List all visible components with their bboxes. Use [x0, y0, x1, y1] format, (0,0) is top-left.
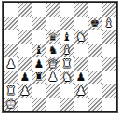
square-b1[interactable]: [18, 98, 32, 112]
square-b5[interactable]: [18, 44, 32, 58]
square-c1[interactable]: [32, 98, 46, 112]
piece-black-king: ♚: [90, 17, 101, 29]
piece-white-rook: ♜: [6, 85, 17, 97]
piece-white-pawn: ♟: [48, 71, 59, 83]
piece-black-rook: ♜: [34, 71, 45, 83]
square-g1[interactable]: [88, 98, 102, 112]
square-f8[interactable]: [74, 3, 88, 17]
square-a5[interactable]: [4, 44, 18, 58]
piece-black-bishop: ♝: [62, 31, 73, 43]
piece-white-pawn: ♟: [6, 58, 17, 70]
piece-white-knight: ♞: [76, 31, 87, 43]
square-h8[interactable]: [102, 3, 116, 17]
square-d6[interactable]: ♛: [46, 30, 60, 44]
square-d5[interactable]: ♞: [46, 44, 60, 58]
square-e3[interactable]: ♞: [60, 71, 74, 85]
square-a6[interactable]: [4, 30, 18, 44]
piece-white-knight: ♞: [62, 71, 73, 83]
piece-black-pawn: ♟: [34, 58, 45, 70]
square-a1[interactable]: ♚: [4, 98, 18, 112]
square-h2[interactable]: [102, 84, 116, 98]
square-e4[interactable]: ♜: [60, 57, 74, 71]
square-d3[interactable]: ♟: [46, 71, 60, 85]
square-f5[interactable]: [74, 44, 88, 58]
piece-white-king: ♚: [6, 98, 17, 110]
square-f6[interactable]: ♞: [74, 30, 88, 44]
square-c3[interactable]: ♜: [32, 71, 46, 85]
piece-white-queen: ♛: [48, 58, 59, 70]
square-f1[interactable]: [74, 98, 88, 112]
square-g6[interactable]: [88, 30, 102, 44]
square-b8[interactable]: [18, 3, 32, 17]
square-g3[interactable]: [88, 71, 102, 85]
square-c6[interactable]: [32, 30, 46, 44]
square-g8[interactable]: [88, 3, 102, 17]
chess-diagram: ♚♝♛♝♞♝♞♝♟♟♛♜♟♜♟♞♟♜♟♟♚: [0, 0, 120, 114]
square-g5[interactable]: [88, 44, 102, 58]
square-d4[interactable]: ♛: [46, 57, 60, 71]
square-b6[interactable]: [18, 30, 32, 44]
square-f4[interactable]: [74, 57, 88, 71]
square-c2[interactable]: [32, 84, 46, 98]
square-d2[interactable]: [46, 84, 60, 98]
square-f2[interactable]: ♟: [74, 84, 88, 98]
piece-black-knight: ♞: [48, 44, 59, 56]
square-c4[interactable]: ♟: [32, 57, 46, 71]
piece-white-bishop: ♝: [62, 44, 73, 56]
square-h4[interactable]: [102, 57, 116, 71]
square-h7[interactable]: ♝: [102, 17, 116, 31]
square-h1[interactable]: [102, 98, 116, 112]
piece-black-bishop: ♝: [34, 44, 45, 56]
piece-white-rook: ♜: [62, 58, 73, 70]
square-e2[interactable]: [60, 84, 74, 98]
piece-black-pawn: ♟: [20, 71, 31, 83]
square-d1[interactable]: [46, 98, 60, 112]
square-h3[interactable]: [102, 71, 116, 85]
square-b2[interactable]: ♟: [18, 84, 32, 98]
square-a7[interactable]: [4, 17, 18, 31]
square-a2[interactable]: ♜: [4, 84, 18, 98]
square-c5[interactable]: ♝: [32, 44, 46, 58]
square-c8[interactable]: [32, 3, 46, 17]
piece-black-pawn: ♟: [76, 71, 87, 83]
square-g7[interactable]: ♚: [88, 17, 102, 31]
square-f7[interactable]: [74, 17, 88, 31]
square-b3[interactable]: ♟: [18, 71, 32, 85]
square-h5[interactable]: [102, 44, 116, 58]
square-e8[interactable]: [60, 3, 74, 17]
square-g2[interactable]: [88, 84, 102, 98]
square-d8[interactable]: [46, 3, 60, 17]
square-a3[interactable]: [4, 71, 18, 85]
square-e6[interactable]: ♝: [60, 30, 74, 44]
square-g4[interactable]: [88, 57, 102, 71]
square-b4[interactable]: [18, 57, 32, 71]
piece-white-pawn: ♟: [20, 85, 31, 97]
square-a4[interactable]: ♟: [4, 57, 18, 71]
square-c7[interactable]: [32, 17, 46, 31]
square-e1[interactable]: [60, 98, 74, 112]
square-d7[interactable]: [46, 17, 60, 31]
square-a8[interactable]: [4, 3, 18, 17]
piece-white-pawn: ♟: [76, 85, 87, 97]
piece-black-queen: ♛: [48, 31, 59, 43]
square-e5[interactable]: ♝: [60, 44, 74, 58]
square-h6[interactable]: [102, 30, 116, 44]
square-f3[interactable]: ♟: [74, 71, 88, 85]
piece-white-bishop: ♝: [104, 17, 115, 29]
square-e7[interactable]: [60, 17, 74, 31]
chess-board: ♚♝♛♝♞♝♞♝♟♟♛♜♟♜♟♞♟♜♟♟♚: [3, 2, 117, 112]
square-b7[interactable]: [18, 17, 32, 31]
